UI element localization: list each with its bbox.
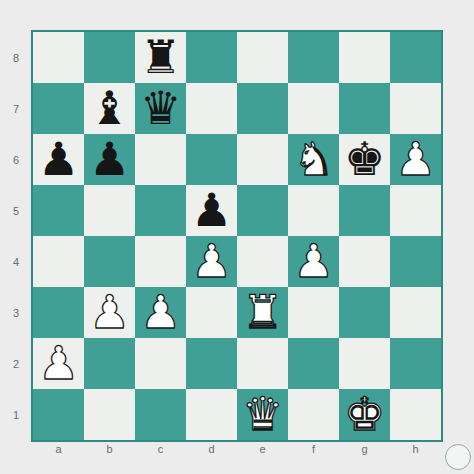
square-h8[interactable] [390, 32, 441, 83]
square-c6[interactable] [135, 134, 186, 185]
piece-white-pawn[interactable]: ♟ [288, 236, 339, 287]
square-b8[interactable] [84, 32, 135, 83]
square-d1[interactable] [186, 389, 237, 440]
square-d4[interactable]: ♟ [186, 236, 237, 287]
square-a1[interactable] [33, 389, 84, 440]
file-label-a: a [33, 441, 84, 457]
piece-black-bishop[interactable]: ♝ [84, 83, 135, 134]
square-e7[interactable] [237, 83, 288, 134]
piece-white-king[interactable]: ♚ [339, 389, 390, 440]
square-a2[interactable]: ♟ [33, 338, 84, 389]
square-d8[interactable] [186, 32, 237, 83]
square-b1[interactable] [84, 389, 135, 440]
piece-white-pawn[interactable]: ♟ [186, 236, 237, 287]
square-c7[interactable]: ♛ [135, 83, 186, 134]
square-g5[interactable] [339, 185, 390, 236]
square-b4[interactable] [84, 236, 135, 287]
rank-label-8: 8 [4, 32, 28, 83]
square-h2[interactable] [390, 338, 441, 389]
square-a7[interactable] [33, 83, 84, 134]
square-f1[interactable] [288, 389, 339, 440]
piece-black-queen[interactable]: ♛ [135, 83, 186, 134]
square-d6[interactable] [186, 134, 237, 185]
square-g3[interactable] [339, 287, 390, 338]
piece-white-rook[interactable]: ♜ [237, 287, 288, 338]
square-a8[interactable] [33, 32, 84, 83]
square-d3[interactable] [186, 287, 237, 338]
square-e6[interactable] [237, 134, 288, 185]
piece-black-rook[interactable]: ♜ [135, 32, 186, 83]
file-label-c: c [135, 441, 186, 457]
square-c1[interactable] [135, 389, 186, 440]
square-a6[interactable]: ♟ [33, 134, 84, 185]
square-d7[interactable] [186, 83, 237, 134]
white-to-move-indicator [445, 444, 471, 470]
square-h3[interactable] [390, 287, 441, 338]
piece-black-pawn[interactable]: ♟ [84, 134, 135, 185]
square-b5[interactable] [84, 185, 135, 236]
square-f5[interactable] [288, 185, 339, 236]
file-label-h: h [390, 441, 441, 457]
piece-black-pawn[interactable]: ♟ [186, 185, 237, 236]
file-label-g: g [339, 441, 390, 457]
square-c3[interactable]: ♟ [135, 287, 186, 338]
square-a5[interactable] [33, 185, 84, 236]
square-a3[interactable] [33, 287, 84, 338]
square-h6[interactable]: ♟ [390, 134, 441, 185]
square-g2[interactable] [339, 338, 390, 389]
square-g1[interactable]: ♚ [339, 389, 390, 440]
file-label-d: d [186, 441, 237, 457]
chess-board[interactable]: ♜♝♛♟♟♞♚♟♟♟♟♟♟♜♟♛♚ [31, 30, 443, 442]
piece-black-pawn[interactable]: ♟ [33, 134, 84, 185]
square-f6[interactable]: ♞ [288, 134, 339, 185]
square-g6[interactable]: ♚ [339, 134, 390, 185]
square-e2[interactable] [237, 338, 288, 389]
rank-label-2: 2 [4, 338, 28, 389]
square-b2[interactable] [84, 338, 135, 389]
square-f8[interactable] [288, 32, 339, 83]
square-b6[interactable]: ♟ [84, 134, 135, 185]
piece-white-pawn[interactable]: ♟ [390, 134, 441, 185]
square-a4[interactable] [33, 236, 84, 287]
file-labels: abcdefgh [33, 441, 441, 457]
rank-label-4: 4 [4, 236, 28, 287]
rank-label-5: 5 [4, 185, 28, 236]
square-e4[interactable] [237, 236, 288, 287]
piece-black-king[interactable]: ♚ [339, 134, 390, 185]
square-c8[interactable]: ♜ [135, 32, 186, 83]
square-b3[interactable]: ♟ [84, 287, 135, 338]
square-e1[interactable]: ♛ [237, 389, 288, 440]
file-label-b: b [84, 441, 135, 457]
square-b7[interactable]: ♝ [84, 83, 135, 134]
square-c2[interactable] [135, 338, 186, 389]
file-label-e: e [237, 441, 288, 457]
chess-diagram: 87654321 ♜♝♛♟♟♞♚♟♟♟♟♟♟♜♟♛♚ abcdefgh [0, 0, 474, 474]
square-e3[interactable]: ♜ [237, 287, 288, 338]
piece-white-knight[interactable]: ♞ [288, 134, 339, 185]
square-g4[interactable] [339, 236, 390, 287]
square-f7[interactable] [288, 83, 339, 134]
piece-white-pawn[interactable]: ♟ [135, 287, 186, 338]
square-f3[interactable] [288, 287, 339, 338]
square-d5[interactable]: ♟ [186, 185, 237, 236]
piece-white-queen[interactable]: ♛ [237, 389, 288, 440]
square-e8[interactable] [237, 32, 288, 83]
square-h1[interactable] [390, 389, 441, 440]
square-c4[interactable] [135, 236, 186, 287]
square-f4[interactable]: ♟ [288, 236, 339, 287]
rank-label-7: 7 [4, 83, 28, 134]
square-g8[interactable] [339, 32, 390, 83]
square-g7[interactable] [339, 83, 390, 134]
rank-label-1: 1 [4, 389, 28, 440]
square-h4[interactable] [390, 236, 441, 287]
rank-label-6: 6 [4, 134, 28, 185]
square-f2[interactable] [288, 338, 339, 389]
file-label-f: f [288, 441, 339, 457]
square-e5[interactable] [237, 185, 288, 236]
piece-white-pawn[interactable]: ♟ [33, 338, 84, 389]
rank-label-3: 3 [4, 287, 28, 338]
piece-white-pawn[interactable]: ♟ [84, 287, 135, 338]
square-d2[interactable] [186, 338, 237, 389]
rank-labels: 87654321 [4, 32, 28, 440]
square-h7[interactable] [390, 83, 441, 134]
square-h5[interactable] [390, 185, 441, 236]
square-c5[interactable] [135, 185, 186, 236]
